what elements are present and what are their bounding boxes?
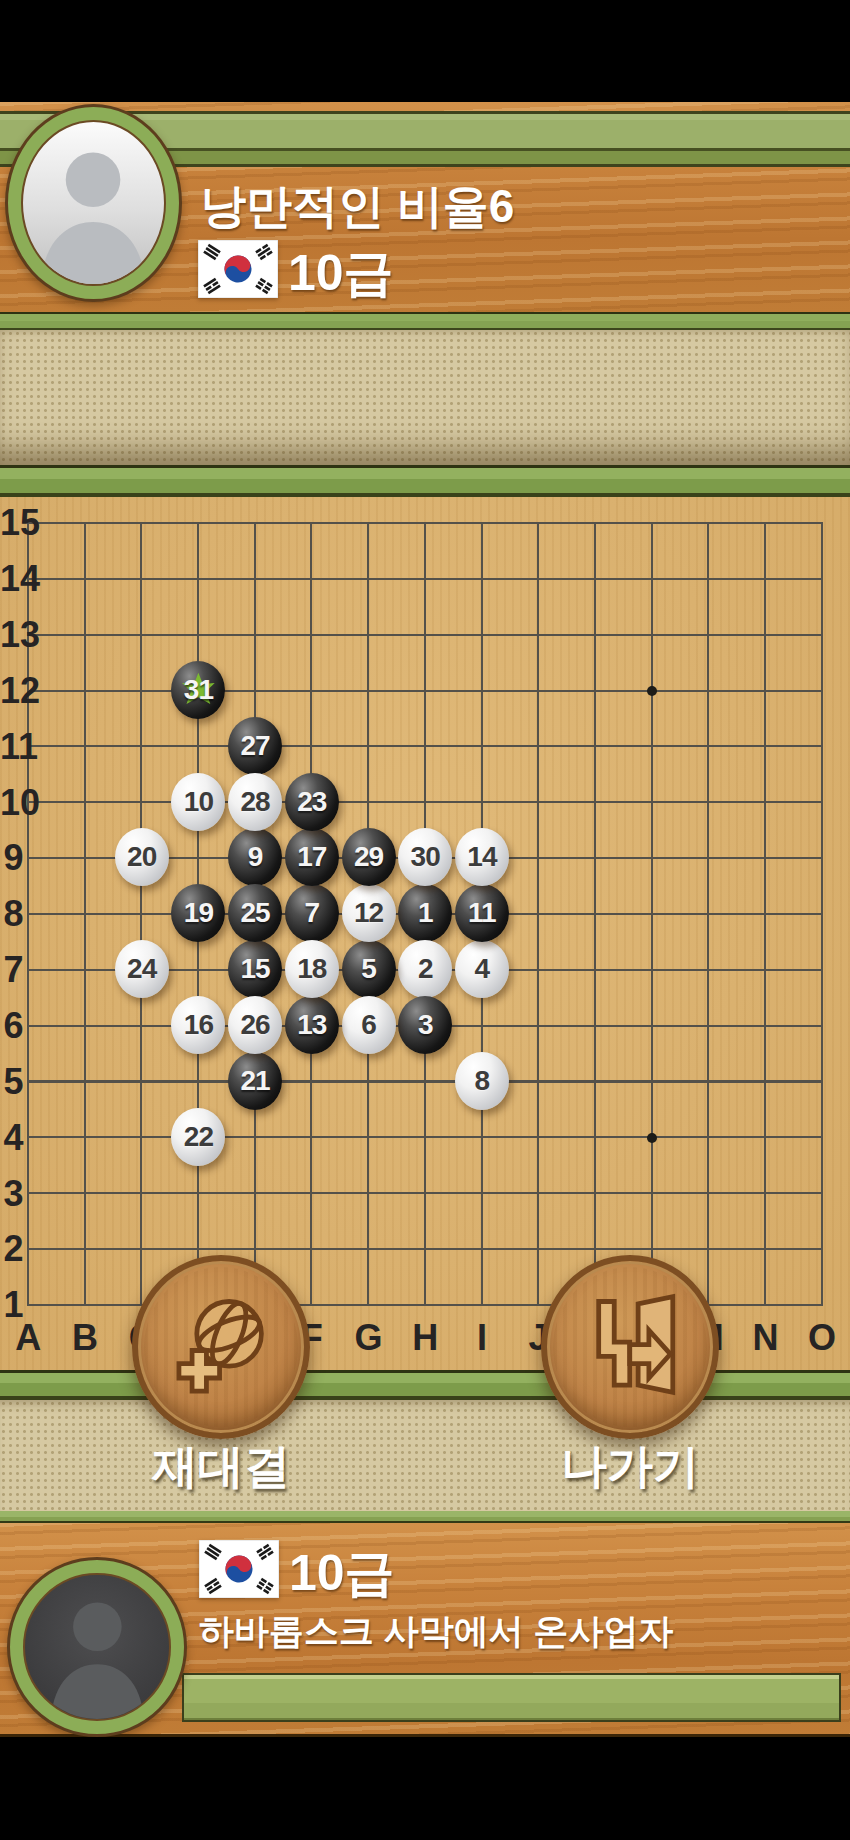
stone-28-white-E10: 28 — [228, 773, 282, 831]
stone-14-white-I9: 14 — [455, 828, 509, 886]
col-label-B: B — [57, 1319, 113, 1357]
star-point-L4 — [647, 1133, 657, 1143]
opponent-avatar-frame — [21, 120, 166, 286]
stone-11-black-I8: 11 — [455, 884, 509, 942]
stone-number: 8 — [475, 1065, 490, 1097]
stone-25-black-E8: 25 — [228, 884, 282, 942]
globe-plus-icon — [161, 1285, 281, 1409]
stone-number: 19 — [184, 897, 213, 929]
stone-number: 15 — [241, 953, 270, 985]
stone-number: 26 — [241, 1009, 270, 1041]
opponent-avatar[interactable] — [5, 104, 182, 302]
row-label-2: 2 — [0, 1230, 27, 1268]
stone-6-white-G6: 6 — [342, 996, 396, 1054]
stone-number: 18 — [297, 953, 326, 985]
stone-8-white-I5: 8 — [455, 1052, 509, 1110]
stone-3-black-H6: 3 — [398, 996, 452, 1054]
opponent-rank: 10급 — [288, 240, 394, 307]
col-label-A: A — [0, 1319, 56, 1357]
stone-number: 27 — [241, 730, 270, 762]
col-label-N: N — [737, 1319, 793, 1357]
stone-13-black-F6: 13 — [285, 996, 339, 1054]
my-avatar[interactable] — [7, 1557, 187, 1737]
stone-17-black-F9: 17 — [285, 828, 339, 886]
row-label-3: 3 — [0, 1175, 27, 1213]
stone-20-white-C9: 20 — [115, 828, 169, 886]
stone-number: 13 — [297, 1009, 326, 1041]
stone-number: 7 — [305, 897, 320, 929]
my-rank: 10급 — [289, 1540, 395, 1607]
stone-number: 30 — [411, 841, 440, 873]
stone-4-white-I7: 4 — [455, 940, 509, 998]
bottom-bar-top-edge — [0, 1511, 850, 1523]
board-top-edge — [0, 465, 850, 497]
stone-number: 14 — [467, 841, 496, 873]
my-avatar-frame — [23, 1573, 171, 1721]
my-banner-strip — [182, 1673, 841, 1722]
exit-label: 나가기 — [480, 1436, 780, 1498]
row-label-9: 9 — [0, 839, 27, 877]
stone-22-white-D4: 22 — [171, 1108, 225, 1166]
divider-strip — [0, 312, 850, 330]
stone-2-white-H7: 2 — [398, 940, 452, 998]
stone-number: 29 — [354, 841, 383, 873]
col-label-G: G — [341, 1319, 397, 1357]
stone-31-black-D12: 31 — [171, 661, 225, 719]
stone-16-white-D6: 16 — [171, 996, 225, 1054]
person-icon — [34, 1587, 161, 1719]
stone-18-white-F7: 18 — [285, 940, 339, 998]
stone-7-black-F8: 7 — [285, 884, 339, 942]
star-point-L12 — [647, 686, 657, 696]
stone-27-black-E11: 27 — [228, 717, 282, 775]
stone-number: 23 — [297, 786, 326, 818]
stone-number: 1 — [418, 897, 433, 929]
row-label-7: 7 — [0, 951, 27, 989]
stone-number: 31 — [184, 674, 213, 706]
stone-21-black-E5: 21 — [228, 1052, 282, 1110]
exit-button[interactable] — [541, 1255, 719, 1439]
stone-number: 17 — [297, 841, 326, 873]
opponent-name: 낭만적인 비율6 — [200, 176, 514, 238]
stone-number: 5 — [361, 953, 376, 985]
stone-23-black-F10: 23 — [285, 773, 339, 831]
stone-29-black-G9: 29 — [342, 828, 396, 886]
row-label-15: 15 — [0, 504, 27, 542]
stone-number: 25 — [241, 897, 270, 929]
stone-number: 21 — [241, 1065, 270, 1097]
row-label-4: 4 — [0, 1119, 27, 1157]
stone-10-white-D10: 10 — [171, 773, 225, 831]
stone-number: 16 — [184, 1009, 213, 1041]
person-icon — [31, 135, 155, 284]
stone-number: 4 — [475, 953, 490, 985]
stone-number: 11 — [468, 897, 496, 929]
textured-band — [0, 330, 850, 465]
bottom-black-bar — [0, 1737, 850, 1840]
game-screen: 낭만적인 비율6 10급 151413121110987654321ABCDEF… — [0, 0, 850, 1840]
stone-12-white-G8: 12 — [342, 884, 396, 942]
row-label-10: 10 — [0, 784, 27, 822]
status-bar — [0, 0, 850, 102]
row-label-14: 14 — [0, 560, 27, 598]
stone-number: 2 — [418, 953, 433, 985]
exit-door-arrow-icon — [570, 1285, 690, 1409]
row-label-13: 13 — [0, 616, 27, 654]
row-label-11: 11 — [0, 728, 27, 766]
my-name: 하바롭스크 사막에서 온사업자 — [199, 1608, 673, 1655]
stone-24-white-C7: 24 — [115, 940, 169, 998]
south-korea-flag-icon — [199, 1540, 279, 1598]
row-label-5: 5 — [0, 1063, 27, 1101]
stone-26-white-E6: 26 — [228, 996, 282, 1054]
rematch-label: 재대결 — [71, 1436, 371, 1498]
board-bottom-edge — [0, 1370, 850, 1400]
stone-number: 6 — [361, 1009, 376, 1041]
stone-number: 12 — [354, 897, 383, 929]
stone-number: 9 — [248, 841, 263, 873]
south-korea-flag-icon — [198, 240, 278, 298]
col-label-I: I — [454, 1319, 510, 1357]
row-label-8: 8 — [0, 895, 27, 933]
stone-15-black-E7: 15 — [228, 940, 282, 998]
stone-number: 20 — [127, 841, 156, 873]
stone-number: 28 — [241, 786, 270, 818]
stone-number: 22 — [184, 1121, 213, 1153]
rematch-button[interactable] — [132, 1255, 310, 1439]
stone-number: 10 — [184, 786, 213, 818]
stone-5-black-G7: 5 — [342, 940, 396, 998]
stone-number: 3 — [418, 1009, 433, 1041]
col-label-O: O — [794, 1319, 850, 1357]
col-label-H: H — [397, 1319, 453, 1357]
row-label-12: 12 — [0, 672, 27, 710]
stone-number: 24 — [127, 953, 156, 985]
row-label-6: 6 — [0, 1007, 27, 1045]
game-board[interactable]: 151413121110987654321ABCDEFGHIJKLMNO1234… — [0, 497, 850, 1370]
